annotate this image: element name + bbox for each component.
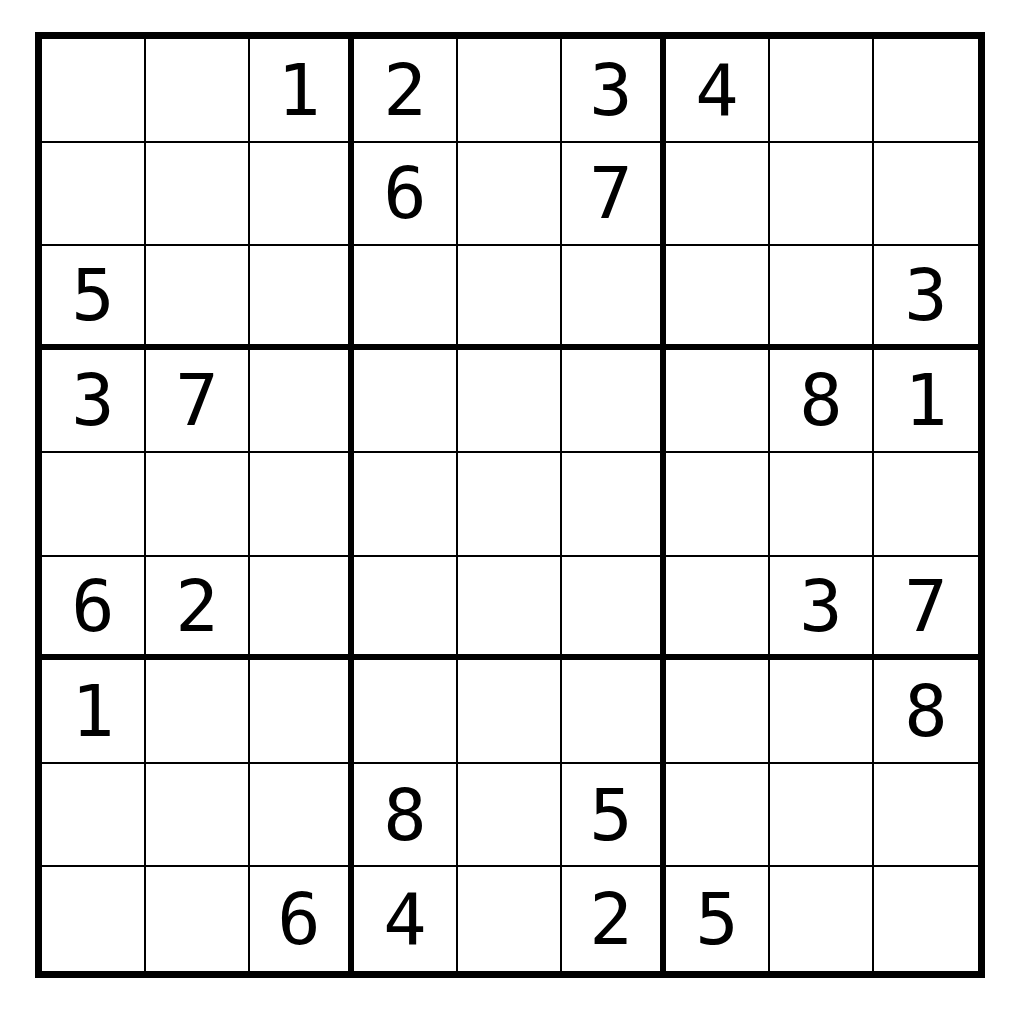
cell-r6c4-empty <box>354 557 458 661</box>
cell-r7c4-empty <box>354 660 458 764</box>
cell-r4c6-empty <box>562 350 666 454</box>
cell-r2c6-given-7: 7 <box>562 143 666 247</box>
cell-r9c8-empty <box>770 867 874 971</box>
cell-r5c1-empty <box>42 453 146 557</box>
cell-r4c5-empty <box>458 350 562 454</box>
cell-r3c5-empty <box>458 246 562 350</box>
cell-r8c8-empty <box>770 764 874 868</box>
cell-r7c6-empty <box>562 660 666 764</box>
cell-r4c8-given-8: 8 <box>770 350 874 454</box>
cell-r5c2-empty <box>146 453 250 557</box>
cell-r4c7-empty <box>666 350 770 454</box>
cell-r6c9-given-7: 7 <box>874 557 978 661</box>
cell-r3c7-empty <box>666 246 770 350</box>
sudoku-page: 123467533781623718856425 <box>0 0 1024 1018</box>
cell-r5c4-empty <box>354 453 458 557</box>
cell-r1c2-empty <box>146 39 250 143</box>
cell-r7c5-empty <box>458 660 562 764</box>
cell-r8c5-empty <box>458 764 562 868</box>
cell-r7c1-given-1: 1 <box>42 660 146 764</box>
cell-r8c6-given-5: 5 <box>562 764 666 868</box>
cell-r4c2-given-7: 7 <box>146 350 250 454</box>
cell-r7c8-empty <box>770 660 874 764</box>
cell-r8c2-empty <box>146 764 250 868</box>
cell-r8c9-empty <box>874 764 978 868</box>
cell-r3c3-empty <box>250 246 354 350</box>
cell-r3c1-given-5: 5 <box>42 246 146 350</box>
cell-r9c9-empty <box>874 867 978 971</box>
cell-r4c4-empty <box>354 350 458 454</box>
cell-r9c5-empty <box>458 867 562 971</box>
cell-r6c6-empty <box>562 557 666 661</box>
cell-r8c1-empty <box>42 764 146 868</box>
cell-r7c9-given-8: 8 <box>874 660 978 764</box>
cell-r9c2-empty <box>146 867 250 971</box>
cell-r1c4-given-2: 2 <box>354 39 458 143</box>
cell-r5c7-empty <box>666 453 770 557</box>
cell-r2c7-empty <box>666 143 770 247</box>
cell-r6c8-given-3: 3 <box>770 557 874 661</box>
cell-r1c9-empty <box>874 39 978 143</box>
cell-r6c7-empty <box>666 557 770 661</box>
cell-r5c8-empty <box>770 453 874 557</box>
cell-r6c5-empty <box>458 557 562 661</box>
cell-r1c7-given-4: 4 <box>666 39 770 143</box>
cell-r4c9-given-1: 1 <box>874 350 978 454</box>
cell-r3c6-empty <box>562 246 666 350</box>
cell-r9c6-given-2: 2 <box>562 867 666 971</box>
cell-r6c1-given-6: 6 <box>42 557 146 661</box>
cell-r1c6-given-3: 3 <box>562 39 666 143</box>
cell-r4c1-given-3: 3 <box>42 350 146 454</box>
cell-r2c1-empty <box>42 143 146 247</box>
cell-r5c9-empty <box>874 453 978 557</box>
cell-r2c9-empty <box>874 143 978 247</box>
cell-r2c2-empty <box>146 143 250 247</box>
cell-r1c1-empty <box>42 39 146 143</box>
cell-r5c6-empty <box>562 453 666 557</box>
cell-r6c2-given-2: 2 <box>146 557 250 661</box>
cell-r1c3-given-1: 1 <box>250 39 354 143</box>
cell-r5c5-empty <box>458 453 562 557</box>
cell-r7c2-empty <box>146 660 250 764</box>
cell-r7c7-empty <box>666 660 770 764</box>
cell-r4c3-empty <box>250 350 354 454</box>
cell-r3c2-empty <box>146 246 250 350</box>
cell-r2c4-given-6: 6 <box>354 143 458 247</box>
cell-r1c5-empty <box>458 39 562 143</box>
cell-r7c3-empty <box>250 660 354 764</box>
cell-r2c3-empty <box>250 143 354 247</box>
sudoku-board: 123467533781623718856425 <box>35 32 985 978</box>
cell-r8c3-empty <box>250 764 354 868</box>
cell-r9c7-given-5: 5 <box>666 867 770 971</box>
cell-r8c7-empty <box>666 764 770 868</box>
cell-r3c9-given-3: 3 <box>874 246 978 350</box>
cell-r3c8-empty <box>770 246 874 350</box>
cell-r8c4-given-8: 8 <box>354 764 458 868</box>
cell-r9c3-given-6: 6 <box>250 867 354 971</box>
cell-r1c8-empty <box>770 39 874 143</box>
cell-r3c4-empty <box>354 246 458 350</box>
cell-r9c1-empty <box>42 867 146 971</box>
cell-r9c4-given-4: 4 <box>354 867 458 971</box>
cell-r2c8-empty <box>770 143 874 247</box>
cell-r6c3-empty <box>250 557 354 661</box>
cell-r2c5-empty <box>458 143 562 247</box>
cell-r5c3-empty <box>250 453 354 557</box>
